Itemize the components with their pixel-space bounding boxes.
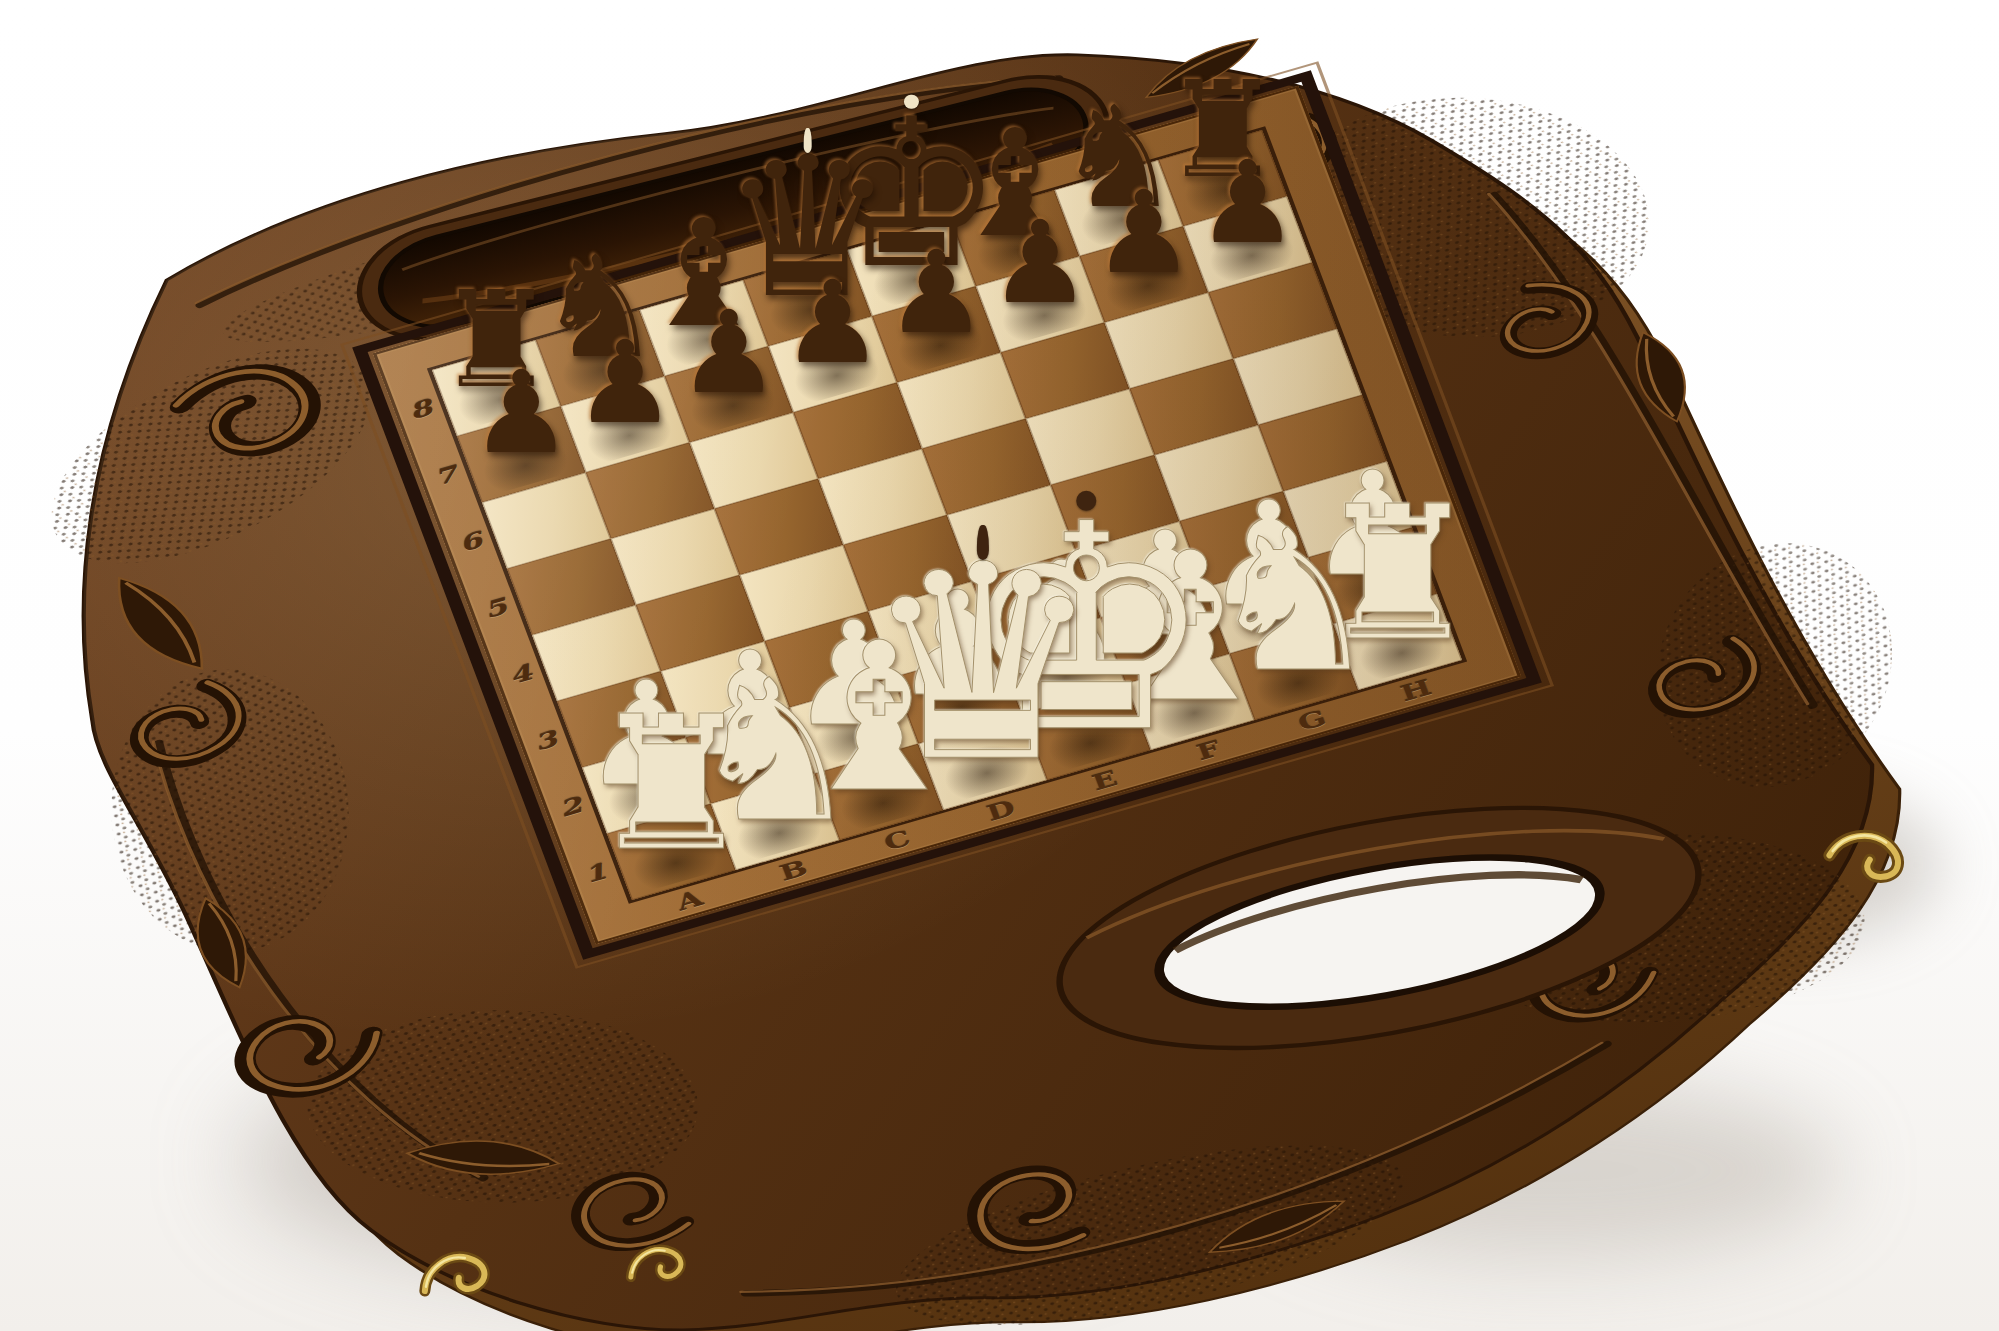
brass-clasp bbox=[622, 1238, 696, 1290]
board-case-plane: 87654321ABCDEFGH bbox=[0, 0, 1999, 1331]
brass-clasp bbox=[1822, 820, 1914, 890]
brass-clasp bbox=[414, 1244, 500, 1304]
